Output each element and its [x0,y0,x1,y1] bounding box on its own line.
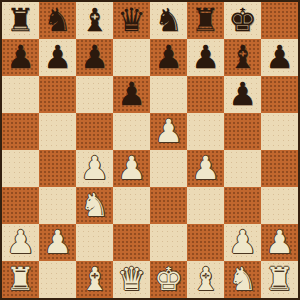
black-knight[interactable]: ♞ [43,2,72,39]
black-queen[interactable]: ♛ [117,2,146,39]
square-c5[interactable] [76,113,113,150]
square-a1[interactable]: ♜ [2,261,39,298]
square-d5[interactable] [113,113,150,150]
black-pawn[interactable]: ♟ [6,39,35,76]
square-f5[interactable] [187,113,224,150]
square-d6[interactable]: ♟ [113,76,150,113]
black-pawn[interactable]: ♟ [154,39,183,76]
black-rook[interactable]: ♜ [6,2,35,39]
square-b5[interactable] [39,113,76,150]
square-f6[interactable] [187,76,224,113]
white-rook[interactable]: ♜ [265,261,294,298]
square-f7[interactable]: ♟ [187,39,224,76]
white-pawn[interactable]: ♟ [265,224,294,261]
white-queen[interactable]: ♛ [117,261,146,298]
square-b1[interactable] [39,261,76,298]
square-a8[interactable]: ♜ [2,2,39,39]
square-g5[interactable] [224,113,261,150]
black-rook[interactable]: ♜ [191,2,220,39]
square-g2[interactable]: ♟ [224,224,261,261]
square-e4[interactable] [150,150,187,187]
white-bishop[interactable]: ♝ [191,261,220,298]
white-pawn[interactable]: ♟ [6,224,35,261]
square-f1[interactable]: ♝ [187,261,224,298]
square-c8[interactable]: ♝ [76,2,113,39]
square-f4[interactable]: ♟ [187,150,224,187]
square-d2[interactable] [113,224,150,261]
square-a5[interactable] [2,113,39,150]
white-knight[interactable]: ♞ [80,187,109,224]
square-a4[interactable] [2,150,39,187]
square-b7[interactable]: ♟ [39,39,76,76]
white-knight[interactable]: ♞ [228,261,257,298]
square-h8[interactable] [261,2,298,39]
chess-board-frame: ♜♞♝♛♞♜♚♟♟♟♟♟♝♟♟♟♟♟♟♟♞♟♟♟♟♜♝♛♚♝♞♜ [0,0,300,300]
square-c1[interactable]: ♝ [76,261,113,298]
white-pawn[interactable]: ♟ [191,150,220,187]
square-e1[interactable]: ♚ [150,261,187,298]
square-f2[interactable] [187,224,224,261]
square-c7[interactable]: ♟ [76,39,113,76]
square-h1[interactable]: ♜ [261,261,298,298]
chess-board: ♜♞♝♛♞♜♚♟♟♟♟♟♝♟♟♟♟♟♟♟♞♟♟♟♟♜♝♛♚♝♞♜ [2,2,298,298]
square-g3[interactable] [224,187,261,224]
square-d1[interactable]: ♛ [113,261,150,298]
square-g4[interactable] [224,150,261,187]
square-d7[interactable] [113,39,150,76]
white-king[interactable]: ♚ [154,261,183,298]
square-d8[interactable]: ♛ [113,2,150,39]
square-c2[interactable] [76,224,113,261]
square-f8[interactable]: ♜ [187,2,224,39]
white-rook[interactable]: ♜ [6,261,35,298]
square-h3[interactable] [261,187,298,224]
square-c4[interactable]: ♟ [76,150,113,187]
square-e7[interactable]: ♟ [150,39,187,76]
white-pawn[interactable]: ♟ [117,150,146,187]
square-b3[interactable] [39,187,76,224]
square-d3[interactable] [113,187,150,224]
black-pawn[interactable]: ♟ [191,39,220,76]
black-knight[interactable]: ♞ [154,2,183,39]
square-g1[interactable]: ♞ [224,261,261,298]
square-h5[interactable] [261,113,298,150]
white-pawn[interactable]: ♟ [80,150,109,187]
square-g7[interactable]: ♝ [224,39,261,76]
square-e6[interactable] [150,76,187,113]
square-h2[interactable]: ♟ [261,224,298,261]
square-e3[interactable] [150,187,187,224]
square-b2[interactable]: ♟ [39,224,76,261]
square-a6[interactable] [2,76,39,113]
white-pawn[interactable]: ♟ [154,113,183,150]
square-d4[interactable]: ♟ [113,150,150,187]
square-h6[interactable] [261,76,298,113]
square-a2[interactable]: ♟ [2,224,39,261]
square-a7[interactable]: ♟ [2,39,39,76]
square-b4[interactable] [39,150,76,187]
square-b6[interactable] [39,76,76,113]
square-e2[interactable] [150,224,187,261]
square-e8[interactable]: ♞ [150,2,187,39]
white-pawn[interactable]: ♟ [43,224,72,261]
black-bishop[interactable]: ♝ [228,39,257,76]
square-f3[interactable] [187,187,224,224]
black-pawn[interactable]: ♟ [117,76,146,113]
square-b8[interactable]: ♞ [39,2,76,39]
white-bishop[interactable]: ♝ [80,261,109,298]
square-c3[interactable]: ♞ [76,187,113,224]
black-pawn[interactable]: ♟ [43,39,72,76]
black-bishop[interactable]: ♝ [80,2,109,39]
square-g6[interactable]: ♟ [224,76,261,113]
black-pawn[interactable]: ♟ [228,76,257,113]
black-pawn[interactable]: ♟ [80,39,109,76]
white-pawn[interactable]: ♟ [228,224,257,261]
square-h4[interactable] [261,150,298,187]
square-h7[interactable]: ♟ [261,39,298,76]
square-c6[interactable] [76,76,113,113]
square-a3[interactable] [2,187,39,224]
black-king[interactable]: ♚ [228,2,257,39]
black-pawn[interactable]: ♟ [265,39,294,76]
square-e5[interactable]: ♟ [150,113,187,150]
square-g8[interactable]: ♚ [224,2,261,39]
